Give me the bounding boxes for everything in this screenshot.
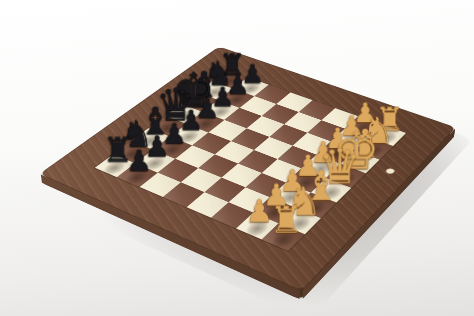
square-d5[interactable] xyxy=(215,141,254,163)
studio-background: ♜♞♝♛♚♝♞♜♟♟♟♟♟♟♟♟♟♟♟♟♟♟♟♟♜♞♝♛♚♝♞♜ xyxy=(0,0,474,316)
square-f4[interactable] xyxy=(269,124,307,145)
piece-shadow xyxy=(121,168,152,187)
square-sheen xyxy=(269,124,307,145)
piece-shadow xyxy=(291,173,321,192)
square-d1[interactable]: ♛ xyxy=(311,178,351,203)
white-rook[interactable]: ♜ xyxy=(375,103,402,135)
square-b7[interactable]: ♟ xyxy=(135,150,175,173)
black-rook[interactable]: ♜ xyxy=(102,132,131,166)
square-sheen xyxy=(215,141,254,163)
frame-inlay-dot xyxy=(384,168,396,175)
chessboard: ♜♞♝♛♚♝♞♜♟♟♟♟♟♟♟♟♟♟♟♟♟♟♟♟♜♞♝♛♚♝♞♜ xyxy=(39,47,456,292)
